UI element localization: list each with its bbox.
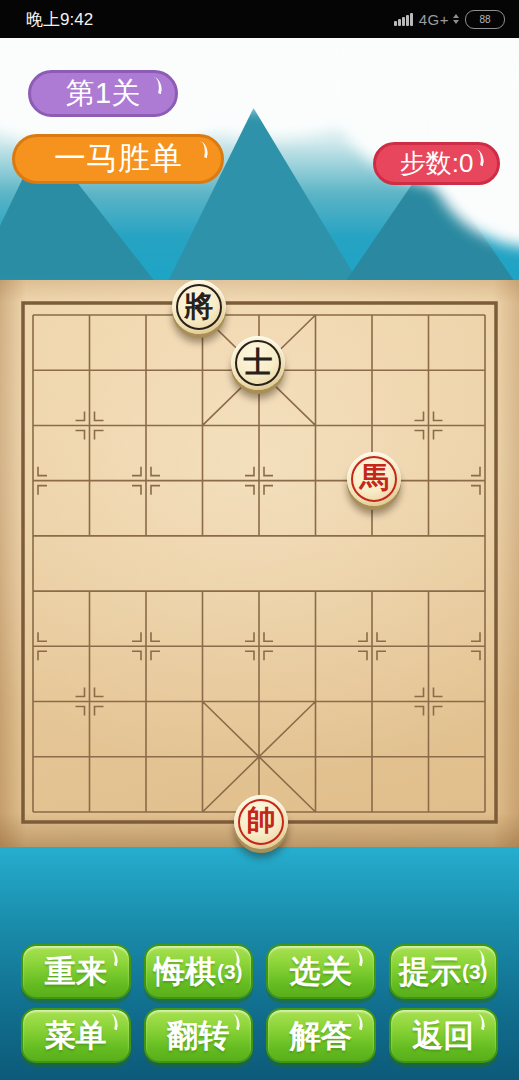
- board-cell[interactable]: [61, 619, 118, 674]
- shine-mark: [472, 1013, 487, 1030]
- board-cell[interactable]: [457, 343, 514, 398]
- button-label: 选关: [290, 951, 352, 993]
- board-cell[interactable]: [61, 563, 118, 618]
- board-cell[interactable]: [344, 398, 401, 453]
- control-row-2: 菜单翻转解答返回: [21, 1008, 498, 1063]
- board-cell[interactable]: [231, 398, 288, 453]
- board-cell[interactable]: [5, 674, 62, 729]
- board-cell[interactable]: [400, 453, 457, 508]
- board-cell[interactable]: [61, 508, 118, 563]
- board-cell[interactable]: [174, 563, 231, 618]
- board-cell[interactable]: [174, 784, 231, 839]
- board-cell[interactable]: [61, 343, 118, 398]
- board-cell[interactable]: [5, 619, 62, 674]
- button-label: 悔棋: [154, 951, 216, 993]
- board-cell[interactable]: [287, 563, 344, 618]
- board-cell[interactable]: [344, 674, 401, 729]
- board-cell[interactable]: [5, 784, 62, 839]
- board-cell[interactable]: [457, 729, 514, 784]
- shine-mark: [350, 949, 365, 966]
- board-cell[interactable]: [118, 784, 175, 839]
- network-type: 4G+: [419, 11, 449, 28]
- board-cell[interactable]: [231, 674, 288, 729]
- board-cell[interactable]: [5, 729, 62, 784]
- menu-button[interactable]: 菜单: [21, 1008, 131, 1063]
- step-counter-label: 步数:0: [400, 146, 474, 181]
- button-label: 翻转: [167, 1015, 229, 1057]
- step-counter-badge: 步数:0: [373, 142, 500, 185]
- board-cell[interactable]: [400, 287, 457, 342]
- board-cell[interactable]: [231, 508, 288, 563]
- app-screen: 晚上9:42 4G+ 88 第1关 一马胜单 步数:0 將士馬帥: [0, 0, 519, 1080]
- board-cell[interactable]: [231, 563, 288, 618]
- red-general[interactable]: 帥: [234, 795, 288, 849]
- board-cell[interactable]: [287, 674, 344, 729]
- board-cell[interactable]: [231, 619, 288, 674]
- restart-button[interactable]: 重来: [21, 944, 131, 999]
- piece-character: 士: [244, 348, 273, 377]
- battery-icon: 88: [465, 10, 505, 29]
- board-cell[interactable]: [174, 508, 231, 563]
- board-cell[interactable]: [61, 287, 118, 342]
- data-arrows-icon: [453, 14, 459, 24]
- shine-mark: [149, 77, 164, 94]
- black-general[interactable]: 將: [172, 280, 226, 334]
- board-cell[interactable]: [5, 508, 62, 563]
- board-cell[interactable]: [400, 729, 457, 784]
- hint-button[interactable]: 提示(3): [389, 944, 499, 999]
- board-cell[interactable]: [400, 563, 457, 618]
- board-cell[interactable]: [457, 784, 514, 839]
- board-cell[interactable]: [287, 508, 344, 563]
- board-cell[interactable]: [5, 343, 62, 398]
- shine-mark: [105, 1013, 120, 1030]
- board-cell[interactable]: [344, 343, 401, 398]
- board-cell[interactable]: [118, 398, 175, 453]
- board-cell[interactable]: [174, 729, 231, 784]
- board-cell[interactable]: [61, 453, 118, 508]
- board-cell[interactable]: [287, 619, 344, 674]
- board-cell[interactable]: [457, 619, 514, 674]
- board-cell[interactable]: [174, 398, 231, 453]
- xiangqi-board: 將士馬帥: [0, 280, 519, 847]
- board-cell[interactable]: [5, 563, 62, 618]
- board-cell[interactable]: [118, 563, 175, 618]
- board-cell[interactable]: [61, 398, 118, 453]
- button-label: 重来: [45, 951, 107, 993]
- button-label: 返回: [412, 1015, 474, 1057]
- board-cell[interactable]: [400, 343, 457, 398]
- board-cell[interactable]: [287, 729, 344, 784]
- shine-mark: [227, 1013, 242, 1030]
- board-cell[interactable]: [344, 619, 401, 674]
- board-cell[interactable]: [118, 619, 175, 674]
- board-cell[interactable]: [457, 508, 514, 563]
- board-cell[interactable]: [400, 508, 457, 563]
- shine-mark: [195, 141, 210, 158]
- level-select-button[interactable]: 选关: [266, 944, 376, 999]
- board-cell[interactable]: [287, 784, 344, 839]
- solution-button[interactable]: 解答: [266, 1008, 376, 1063]
- board-cell[interactable]: [400, 619, 457, 674]
- status-bar: 晚上9:42 4G+ 88: [0, 0, 519, 38]
- board-cell[interactable]: [457, 563, 514, 618]
- piece-character: 帥: [247, 806, 276, 835]
- piece-character: 將: [184, 292, 213, 321]
- board-cell[interactable]: [287, 287, 344, 342]
- board-cell[interactable]: [5, 287, 62, 342]
- board-cell[interactable]: [61, 674, 118, 729]
- clock: 晚上9:42: [26, 8, 93, 31]
- puzzle-name-label: 一马胜单: [54, 137, 182, 181]
- board-cell[interactable]: [231, 287, 288, 342]
- board-cell[interactable]: [344, 563, 401, 618]
- black-advisor[interactable]: 士: [231, 336, 285, 390]
- board-cell[interactable]: [61, 729, 118, 784]
- board-cell[interactable]: [174, 674, 231, 729]
- board-cell[interactable]: [118, 674, 175, 729]
- undo-button[interactable]: 悔棋(3): [144, 944, 254, 999]
- shine-mark: [105, 949, 120, 966]
- button-label: 提示: [399, 951, 461, 993]
- signal-icon: [394, 13, 413, 26]
- board-cell[interactable]: [231, 729, 288, 784]
- puzzle-name-badge: 一马胜单: [12, 134, 224, 184]
- button-label: 解答: [290, 1015, 352, 1057]
- board-cell[interactable]: [457, 398, 514, 453]
- board-cell[interactable]: [457, 453, 514, 508]
- board-cell[interactable]: [400, 398, 457, 453]
- board-cell[interactable]: [287, 398, 344, 453]
- board-cell[interactable]: [118, 343, 175, 398]
- board-cell[interactable]: [174, 343, 231, 398]
- control-row-1: 重来悔棋(3)选关提示(3): [21, 944, 498, 999]
- board-cell[interactable]: [344, 508, 401, 563]
- control-panel: 重来悔棋(3)选关提示(3) 菜单翻转解答返回: [0, 944, 519, 1063]
- board-cell[interactable]: [287, 343, 344, 398]
- level-label: 第1关: [66, 74, 140, 114]
- back-button[interactable]: 返回: [389, 1008, 499, 1063]
- board-cell[interactable]: [344, 287, 401, 342]
- board-cell[interactable]: [400, 784, 457, 839]
- board-cell[interactable]: [457, 287, 514, 342]
- board-cell[interactable]: [287, 453, 344, 508]
- board-cell[interactable]: [174, 453, 231, 508]
- board-cell[interactable]: [174, 619, 231, 674]
- flip-button[interactable]: 翻转: [144, 1008, 254, 1063]
- board-cell[interactable]: [61, 784, 118, 839]
- shine-mark: [471, 149, 486, 166]
- board-cell[interactable]: [344, 784, 401, 839]
- board-cell[interactable]: [5, 453, 62, 508]
- board-cell[interactable]: [400, 674, 457, 729]
- board-cell[interactable]: [118, 453, 175, 508]
- board-cell[interactable]: [344, 729, 401, 784]
- board-cell[interactable]: [457, 674, 514, 729]
- button-label: 菜单: [45, 1015, 107, 1057]
- level-badge: 第1关: [28, 70, 178, 117]
- shine-mark: [350, 1013, 365, 1030]
- piece-character: 馬: [360, 463, 389, 492]
- board-cell[interactable]: [118, 508, 175, 563]
- board-cell[interactable]: [118, 287, 175, 342]
- board-cell[interactable]: [231, 453, 288, 508]
- red-horse[interactable]: 馬: [347, 452, 401, 506]
- board-cell[interactable]: [5, 398, 62, 453]
- board-cell[interactable]: [118, 729, 175, 784]
